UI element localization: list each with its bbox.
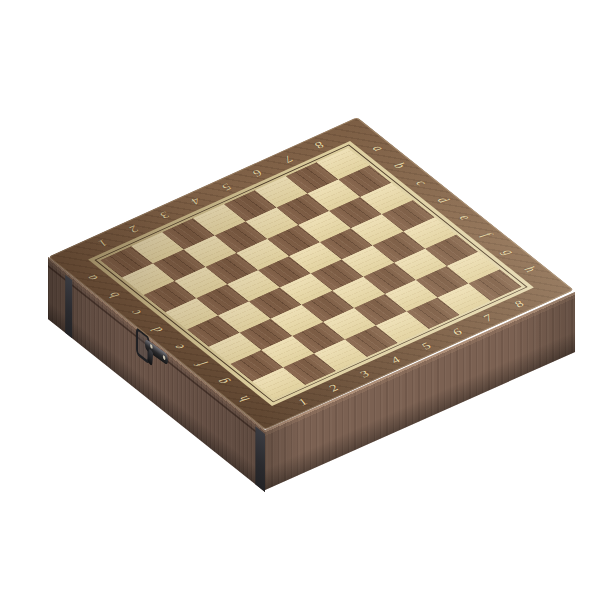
- chess-box-photo: 11aa22bb33cc44dd55ee66ff77gg88hh: [0, 0, 600, 600]
- latch-screw: [150, 343, 152, 348]
- drawer-gap-right: [255, 426, 265, 492]
- drawer-gap-left: [65, 275, 72, 339]
